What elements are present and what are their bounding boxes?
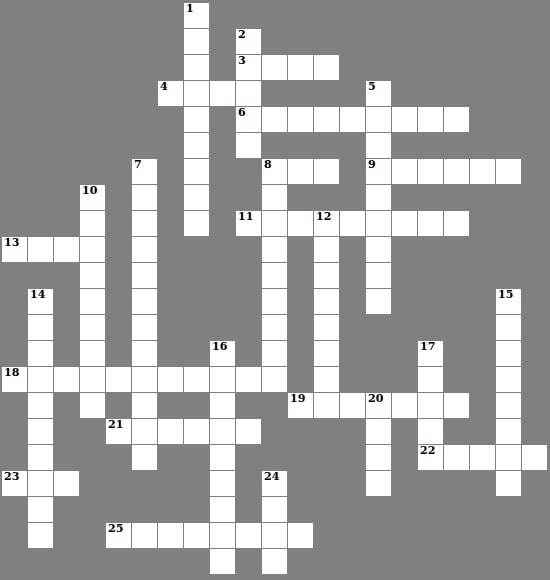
crossword-block: [106, 471, 131, 496]
crossword-cell[interactable]: [236, 419, 261, 444]
crossword-cell[interactable]: [80, 263, 105, 288]
crossword-cell[interactable]: [80, 315, 105, 340]
crossword-block: [132, 107, 157, 132]
crossword-block: [54, 263, 79, 288]
crossword-cell[interactable]: [418, 159, 443, 184]
crossword-block: [392, 289, 417, 314]
crossword-block: [392, 367, 417, 392]
crossword-cell[interactable]: [184, 29, 209, 54]
crossword-cell[interactable]: 17: [418, 341, 443, 366]
crossword-cell[interactable]: [132, 185, 157, 210]
crossword-block: [496, 497, 521, 522]
crossword-block: [470, 185, 495, 210]
crossword-block: [340, 55, 365, 80]
crossword-block: [470, 549, 495, 574]
crossword-cell[interactable]: 21: [106, 419, 131, 444]
crossword-block: [210, 133, 235, 158]
crossword-block: [2, 341, 27, 366]
clue-number: 25: [108, 523, 123, 535]
crossword-block: [106, 393, 131, 418]
crossword-cell[interactable]: [54, 367, 79, 392]
crossword-cell[interactable]: [314, 289, 339, 314]
crossword-block: [366, 29, 391, 54]
crossword-cell[interactable]: [288, 159, 313, 184]
crossword-cell[interactable]: [132, 523, 157, 548]
crossword-block: [158, 263, 183, 288]
crossword-cell[interactable]: [288, 211, 313, 236]
crossword-cell[interactable]: [496, 367, 521, 392]
crossword-cell[interactable]: [314, 159, 339, 184]
clue-number: 14: [30, 289, 45, 301]
crossword-block: [470, 133, 495, 158]
crossword-block: [158, 471, 183, 496]
crossword-block: [236, 393, 261, 418]
crossword-block: [340, 497, 365, 522]
crossword-block: [2, 549, 27, 574]
crossword-block: [54, 289, 79, 314]
crossword-block: [522, 107, 547, 132]
crossword-cell[interactable]: [184, 81, 209, 106]
crossword-block: [496, 107, 521, 132]
crossword-cell[interactable]: 18: [2, 367, 27, 392]
crossword-block: [236, 549, 261, 574]
crossword-block: [2, 81, 27, 106]
crossword-cell[interactable]: [132, 263, 157, 288]
crossword-block: [184, 315, 209, 340]
crossword-cell[interactable]: [28, 471, 53, 496]
crossword-block: [392, 523, 417, 548]
crossword-cell[interactable]: [28, 523, 53, 548]
crossword-block: [106, 497, 131, 522]
crossword-cell[interactable]: [54, 237, 79, 262]
crossword-cell[interactable]: [314, 237, 339, 262]
crossword-cell[interactable]: [288, 55, 313, 80]
crossword-cell[interactable]: [132, 419, 157, 444]
crossword-cell[interactable]: [418, 419, 443, 444]
crossword-cell[interactable]: [262, 211, 287, 236]
crossword-cell[interactable]: [262, 341, 287, 366]
crossword-block: [2, 3, 27, 28]
crossword-block: [132, 55, 157, 80]
crossword-cell[interactable]: 4: [158, 81, 183, 106]
crossword-cell[interactable]: [288, 523, 313, 548]
crossword-block: [340, 263, 365, 288]
crossword-cell[interactable]: [366, 263, 391, 288]
crossword-cell[interactable]: [392, 107, 417, 132]
crossword-block: [54, 523, 79, 548]
crossword-cell[interactable]: [210, 497, 235, 522]
crossword-block: [444, 549, 469, 574]
crossword-cell[interactable]: [184, 419, 209, 444]
crossword-cell[interactable]: [392, 393, 417, 418]
crossword-block: [236, 471, 261, 496]
crossword-block: [80, 81, 105, 106]
crossword-block: [54, 159, 79, 184]
crossword-cell[interactable]: [28, 393, 53, 418]
crossword-cell[interactable]: [496, 445, 521, 470]
crossword-cell[interactable]: [496, 341, 521, 366]
crossword-cell[interactable]: [132, 367, 157, 392]
crossword-cell[interactable]: [392, 159, 417, 184]
crossword-cell[interactable]: [158, 523, 183, 548]
crossword-block: [132, 81, 157, 106]
crossword-block: [54, 3, 79, 28]
crossword-cell[interactable]: [80, 211, 105, 236]
crossword-cell[interactable]: [418, 107, 443, 132]
crossword-cell[interactable]: [496, 393, 521, 418]
crossword-block: [80, 471, 105, 496]
crossword-cell[interactable]: [184, 55, 209, 80]
crossword-cell[interactable]: [314, 107, 339, 132]
crossword-cell[interactable]: [262, 497, 287, 522]
crossword-cell[interactable]: [340, 211, 365, 236]
crossword-block: [496, 237, 521, 262]
crossword-block: [522, 263, 547, 288]
crossword-cell[interactable]: [184, 159, 209, 184]
crossword-cell[interactable]: [28, 367, 53, 392]
crossword-block: [2, 263, 27, 288]
crossword-block: [418, 289, 443, 314]
crossword-block: [340, 81, 365, 106]
crossword-cell[interactable]: [28, 341, 53, 366]
crossword-cell[interactable]: [314, 315, 339, 340]
crossword-block: [106, 237, 131, 262]
crossword-block: [496, 263, 521, 288]
clue-number: 6: [238, 107, 246, 119]
crossword-cell[interactable]: [496, 419, 521, 444]
crossword-block: [236, 315, 261, 340]
crossword-cell[interactable]: [340, 107, 365, 132]
crossword-cell[interactable]: [470, 159, 495, 184]
clue-number: 20: [368, 393, 383, 405]
crossword-cell[interactable]: [366, 107, 391, 132]
crossword-block: [288, 133, 313, 158]
crossword-block: [28, 3, 53, 28]
crossword-cell[interactable]: [522, 445, 547, 470]
crossword-block: [366, 549, 391, 574]
crossword-cell[interactable]: [496, 159, 521, 184]
crossword-cell[interactable]: [262, 55, 287, 80]
crossword-block: [366, 3, 391, 28]
crossword-cell[interactable]: 12: [314, 211, 339, 236]
clue-number: 16: [212, 341, 227, 353]
crossword-cell[interactable]: [132, 341, 157, 366]
crossword-cell[interactable]: 9: [366, 159, 391, 184]
crossword-cell[interactable]: [236, 367, 261, 392]
crossword-block: [522, 549, 547, 574]
crossword-cell[interactable]: [28, 237, 53, 262]
crossword-block: [106, 445, 131, 470]
crossword-block: [54, 419, 79, 444]
crossword-block: [522, 3, 547, 28]
crossword-block: [236, 445, 261, 470]
crossword-block: [470, 341, 495, 366]
crossword-block: [288, 549, 313, 574]
crossword-block: [314, 419, 339, 444]
crossword-block: [522, 133, 547, 158]
crossword-block: [106, 185, 131, 210]
crossword-block: [132, 133, 157, 158]
crossword-cell[interactable]: [132, 445, 157, 470]
crossword-block: [80, 55, 105, 80]
crossword-cell[interactable]: [210, 393, 235, 418]
crossword-block: [80, 3, 105, 28]
crossword-cell[interactable]: [314, 341, 339, 366]
crossword-cell[interactable]: [444, 393, 469, 418]
crossword-block: [106, 107, 131, 132]
crossword-cell[interactable]: 23: [2, 471, 27, 496]
crossword-cell[interactable]: [262, 367, 287, 392]
crossword-cell[interactable]: 6: [236, 107, 261, 132]
crossword-cell[interactable]: [418, 211, 443, 236]
crossword-cell[interactable]: [210, 471, 235, 496]
crossword-block: [210, 185, 235, 210]
crossword-block: [54, 81, 79, 106]
crossword-cell[interactable]: 14: [28, 289, 53, 314]
crossword-cell[interactable]: [262, 107, 287, 132]
crossword-cell[interactable]: 11: [236, 211, 261, 236]
crossword-cell[interactable]: [184, 133, 209, 158]
crossword-cell[interactable]: [184, 211, 209, 236]
crossword-block: [2, 211, 27, 236]
crossword-block: [2, 29, 27, 54]
crossword-block: [470, 471, 495, 496]
crossword-block: [366, 367, 391, 392]
crossword-block: [470, 237, 495, 262]
crossword-cell[interactable]: [158, 419, 183, 444]
crossword-block: [2, 133, 27, 158]
crossword-cell[interactable]: [262, 185, 287, 210]
crossword-block: [80, 107, 105, 132]
crossword-block: [418, 471, 443, 496]
crossword-block: [54, 29, 79, 54]
crossword-block: [54, 55, 79, 80]
crossword-block: [522, 497, 547, 522]
crossword-block: [184, 497, 209, 522]
crossword-block: [314, 549, 339, 574]
crossword-cell[interactable]: [444, 445, 469, 470]
crossword-cell[interactable]: [314, 55, 339, 80]
crossword-block: [444, 419, 469, 444]
crossword-cell[interactable]: [210, 549, 235, 574]
crossword-cell[interactable]: [366, 419, 391, 444]
crossword-block: [496, 81, 521, 106]
crossword-cell[interactable]: [262, 289, 287, 314]
crossword-block: [2, 419, 27, 444]
crossword-cell[interactable]: [106, 367, 131, 392]
crossword-block: [184, 237, 209, 262]
crossword-block: [418, 237, 443, 262]
crossword-cell[interactable]: [210, 523, 235, 548]
crossword-cell[interactable]: 19: [288, 393, 313, 418]
crossword-cell[interactable]: [132, 393, 157, 418]
crossword-block: [2, 289, 27, 314]
crossword-block: [496, 185, 521, 210]
crossword-block: [444, 237, 469, 262]
crossword-cell[interactable]: [366, 445, 391, 470]
crossword-cell[interactable]: 1: [184, 3, 209, 28]
crossword-cell[interactable]: [366, 237, 391, 262]
crossword-block: [210, 55, 235, 80]
crossword-block: [522, 367, 547, 392]
crossword-block: [444, 3, 469, 28]
clue-number: 5: [368, 81, 376, 93]
crossword-block: [106, 315, 131, 340]
crossword-cell[interactable]: 20: [366, 393, 391, 418]
crossword-cell[interactable]: [366, 211, 391, 236]
clue-number: 15: [498, 289, 513, 301]
crossword-block: [470, 55, 495, 80]
crossword-cell[interactable]: [132, 289, 157, 314]
crossword-block: [236, 185, 261, 210]
crossword-block: [340, 445, 365, 470]
crossword-cell[interactable]: [210, 445, 235, 470]
crossword-block: [444, 471, 469, 496]
crossword-block: [158, 289, 183, 314]
crossword-cell[interactable]: 2: [236, 29, 261, 54]
crossword-block: [314, 445, 339, 470]
crossword-cell[interactable]: [418, 367, 443, 392]
crossword-cell[interactable]: [314, 393, 339, 418]
crossword-block: [158, 159, 183, 184]
crossword-block: [54, 315, 79, 340]
crossword-cell[interactable]: 8: [262, 159, 287, 184]
crossword-block: [288, 81, 313, 106]
crossword-cell[interactable]: [366, 289, 391, 314]
crossword-cell[interactable]: [28, 315, 53, 340]
crossword-cell[interactable]: [80, 289, 105, 314]
crossword-cell[interactable]: [262, 263, 287, 288]
crossword-cell[interactable]: [132, 211, 157, 236]
crossword-cell[interactable]: [158, 367, 183, 392]
crossword-cell[interactable]: [210, 419, 235, 444]
crossword-cell[interactable]: [340, 393, 365, 418]
crossword-block: [418, 3, 443, 28]
crossword-block: [2, 185, 27, 210]
crossword-cell[interactable]: [210, 81, 235, 106]
crossword-cell[interactable]: [80, 341, 105, 366]
crossword-puzzle: 1234567891011121314151617181920212223242…: [0, 0, 550, 580]
crossword-block: [392, 55, 417, 80]
crossword-cell[interactable]: [28, 419, 53, 444]
crossword-block: [366, 315, 391, 340]
crossword-cell[interactable]: [496, 471, 521, 496]
crossword-cell[interactable]: [28, 445, 53, 470]
crossword-cell[interactable]: [184, 185, 209, 210]
crossword-block: [158, 211, 183, 236]
crossword-block: [184, 289, 209, 314]
crossword-cell[interactable]: [262, 237, 287, 262]
crossword-block: [340, 289, 365, 314]
crossword-block: [392, 133, 417, 158]
crossword-cell[interactable]: [366, 471, 391, 496]
crossword-block: [54, 497, 79, 522]
crossword-cell[interactable]: 5: [366, 81, 391, 106]
crossword-block: [314, 185, 339, 210]
crossword-block: [158, 133, 183, 158]
crossword-cell[interactable]: 25: [106, 523, 131, 548]
crossword-block: [418, 185, 443, 210]
crossword-cell[interactable]: [262, 549, 287, 574]
crossword-cell[interactable]: [496, 315, 521, 340]
crossword-cell[interactable]: [184, 367, 209, 392]
crossword-cell[interactable]: [236, 523, 261, 548]
crossword-cell[interactable]: [314, 263, 339, 288]
crossword-block: [418, 29, 443, 54]
crossword-cell[interactable]: 16: [210, 341, 235, 366]
crossword-cell[interactable]: 22: [418, 445, 443, 470]
clue-number: 21: [108, 419, 123, 431]
crossword-cell[interactable]: [236, 133, 261, 158]
crossword-cell[interactable]: 24: [262, 471, 287, 496]
crossword-block: [522, 341, 547, 366]
crossword-cell[interactable]: [80, 393, 105, 418]
crossword-cell[interactable]: [418, 393, 443, 418]
crossword-block: [314, 523, 339, 548]
clue-number: 17: [420, 341, 435, 353]
crossword-block: [158, 497, 183, 522]
crossword-cell[interactable]: [262, 523, 287, 548]
crossword-cell[interactable]: [80, 237, 105, 262]
crossword-block: [522, 29, 547, 54]
crossword-cell[interactable]: [210, 367, 235, 392]
crossword-cell[interactable]: [470, 445, 495, 470]
crossword-block: [106, 133, 131, 158]
crossword-cell[interactable]: 10: [80, 185, 105, 210]
crossword-cell[interactable]: [184, 107, 209, 132]
crossword-cell[interactable]: [392, 211, 417, 236]
crossword-block: [418, 523, 443, 548]
crossword-cell[interactable]: 3: [236, 55, 261, 80]
crossword-cell[interactable]: 15: [496, 289, 521, 314]
crossword-cell[interactable]: 7: [132, 159, 157, 184]
crossword-block: [28, 81, 53, 106]
crossword-block: [366, 55, 391, 80]
clue-number: 7: [134, 159, 142, 171]
crossword-cell[interactable]: [314, 367, 339, 392]
clue-number: 24: [264, 471, 279, 483]
crossword-cell[interactable]: [288, 107, 313, 132]
crossword-cell[interactable]: [132, 315, 157, 340]
crossword-cell[interactable]: [236, 81, 261, 106]
crossword-block: [54, 133, 79, 158]
crossword-block: [132, 29, 157, 54]
crossword-cell[interactable]: [262, 315, 287, 340]
crossword-cell[interactable]: [366, 185, 391, 210]
crossword-block: [184, 263, 209, 288]
crossword-cell[interactable]: [80, 367, 105, 392]
crossword-block: [2, 159, 27, 184]
crossword-cell[interactable]: [444, 211, 469, 236]
crossword-cell[interactable]: [54, 471, 79, 496]
crossword-block: [392, 471, 417, 496]
crossword-block: [314, 3, 339, 28]
crossword-cell[interactable]: 13: [2, 237, 27, 262]
crossword-block: [470, 81, 495, 106]
crossword-block: [340, 419, 365, 444]
crossword-cell[interactable]: [444, 107, 469, 132]
crossword-cell[interactable]: [444, 159, 469, 184]
crossword-block: [288, 185, 313, 210]
crossword-cell[interactable]: [132, 237, 157, 262]
crossword-block: [262, 29, 287, 54]
crossword-cell[interactable]: [28, 497, 53, 522]
crossword-block: [236, 263, 261, 288]
crossword-cell[interactable]: [184, 523, 209, 548]
crossword-cell[interactable]: [366, 133, 391, 158]
crossword-block: [262, 81, 287, 106]
crossword-block: [444, 315, 469, 340]
